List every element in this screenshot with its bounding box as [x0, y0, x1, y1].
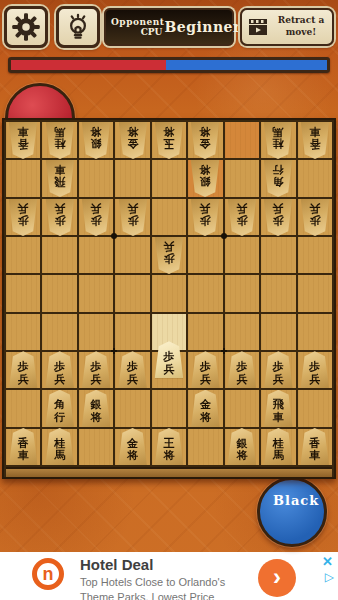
retract-move-label: Retract a move!: [274, 15, 328, 38]
piece-white-silver[interactable]: 銀将: [81, 122, 112, 159]
board-cell-2a[interactable]: 桂馬: [261, 122, 295, 158]
piece-white-rook[interactable]: 飛車: [44, 160, 75, 197]
clapperboard-icon: [246, 15, 270, 39]
board-cell-7a[interactable]: 銀将: [79, 122, 113, 158]
board-cell-7e[interactable]: [79, 275, 113, 311]
piece-black-gold[interactable]: 金将: [117, 428, 148, 465]
ad-title: Hotel Deal: [80, 556, 153, 573]
ad-logo: n: [32, 558, 64, 590]
board-cell-5a[interactable]: 玉将: [152, 122, 186, 158]
board-cell-7c[interactable]: 歩兵: [79, 199, 113, 235]
shogi-board: 香車桂馬銀将金将玉将金将桂馬香車飛車銀将角行歩兵歩兵歩兵歩兵歩兵歩兵歩兵歩兵歩兵…: [2, 118, 336, 479]
board-cell-8i[interactable]: 桂馬: [42, 429, 76, 465]
ad-cta-button[interactable]: ›: [258, 559, 296, 597]
hint-button[interactable]: [56, 6, 100, 48]
board-cell-1f[interactable]: [298, 314, 332, 350]
board-cell-4b[interactable]: 銀将: [188, 160, 222, 196]
cta-arrow-icon: ›: [273, 563, 281, 590]
piece-black-silver[interactable]: 銀将: [226, 428, 257, 465]
piece-black-pawn[interactable]: 歩兵: [117, 351, 148, 388]
board-cell-6h[interactable]: [115, 390, 149, 426]
board-cell-9i[interactable]: 香車: [6, 429, 40, 465]
board-cell-8h[interactable]: 角行: [42, 390, 76, 426]
ad-banner[interactable]: n Hotel Deal Top Hotels Close to Orlando…: [0, 552, 338, 600]
evaluation-bar-blue: [166, 60, 327, 70]
piece-white-pawn[interactable]: 歩兵: [190, 199, 221, 236]
board-bottom-frame: [6, 467, 332, 477]
evaluation-bar-red: [11, 60, 166, 70]
board-cell-4i[interactable]: [188, 429, 222, 465]
board-cell-8d[interactable]: [42, 237, 76, 273]
piece-white-pawn[interactable]: 歩兵: [81, 199, 112, 236]
piece-white-lance[interactable]: 香車: [8, 122, 39, 159]
board-cell-2e[interactable]: [261, 275, 295, 311]
board-cell-3d[interactable]: [225, 237, 259, 273]
piece-white-pawn[interactable]: 歩兵: [226, 199, 257, 236]
board-cell-3i[interactable]: 銀将: [225, 429, 259, 465]
piece-white-gold[interactable]: 金将: [117, 122, 148, 159]
board-cell-6a[interactable]: 金将: [115, 122, 149, 158]
board-cell-3a[interactable]: [225, 122, 259, 158]
board-cell-7h[interactable]: 銀将: [79, 390, 113, 426]
board-cell-1b[interactable]: [298, 160, 332, 196]
board-cell-6f[interactable]: [115, 314, 149, 350]
board-cell-3g[interactable]: 歩兵: [225, 352, 259, 388]
board-cell-3b[interactable]: [225, 160, 259, 196]
board-cell-5c[interactable]: [152, 199, 186, 235]
board-cell-1d[interactable]: [298, 237, 332, 273]
piece-black-pawn[interactable]: 歩兵: [44, 351, 75, 388]
board-cell-5g[interactable]: 歩兵: [152, 352, 186, 388]
board-cell-6i[interactable]: 金将: [115, 429, 149, 465]
piece-white-pawn[interactable]: 歩兵: [299, 199, 330, 236]
board-cell-9f[interactable]: [6, 314, 40, 350]
board-cell-4f[interactable]: [188, 314, 222, 350]
board-cell-8a[interactable]: 桂馬: [42, 122, 76, 158]
board-cell-9g[interactable]: 歩兵: [6, 352, 40, 388]
piece-white-silver[interactable]: 銀将: [190, 160, 221, 197]
board-cell-1c[interactable]: 歩兵: [298, 199, 332, 235]
evaluation-bar: [8, 57, 330, 73]
board-cell-8f[interactable]: [42, 314, 76, 350]
ad-close-button[interactable]: ✕: [322, 554, 333, 569]
board-cell-2c[interactable]: 歩兵: [261, 199, 295, 235]
board-cell-9c[interactable]: 歩兵: [6, 199, 40, 235]
board-cell-5h[interactable]: [152, 390, 186, 426]
board-cell-2f[interactable]: [261, 314, 295, 350]
piece-black-pawn[interactable]: 歩兵: [190, 351, 221, 388]
hoshi-dot: [111, 233, 117, 239]
board-cell-3h[interactable]: [225, 390, 259, 426]
board-cell-7i[interactable]: [79, 429, 113, 465]
board-cell-2b[interactable]: 角行: [261, 160, 295, 196]
board-cell-9a[interactable]: 香車: [6, 122, 40, 158]
opponent-panel[interactable]: Opponent CPU Beginner: [104, 8, 234, 46]
piece-black-silver[interactable]: 銀将: [81, 390, 112, 427]
opponent-type: CPU: [111, 27, 164, 37]
board-cell-8b[interactable]: 飛車: [42, 160, 76, 196]
board-cell-4a[interactable]: 金将: [188, 122, 222, 158]
opponent-labels: Opponent CPU: [106, 17, 164, 38]
board-cell-8g[interactable]: 歩兵: [42, 352, 76, 388]
board-cell-1i[interactable]: 香車: [298, 429, 332, 465]
piece-black-pawn[interactable]: 歩兵: [8, 351, 39, 388]
piece-white-king[interactable]: 玉将: [153, 122, 184, 159]
opponent-label: Opponent: [111, 17, 164, 27]
piece-black-gold[interactable]: 金将: [190, 390, 221, 427]
piece-black-rook[interactable]: 飛車: [263, 390, 294, 427]
ad-body-line2: Theme Parks, Lowest Price: [80, 591, 215, 600]
piece-black-king[interactable]: 王将: [153, 428, 184, 465]
board-cell-8c[interactable]: 歩兵: [42, 199, 76, 235]
close-icon: ✕: [322, 554, 333, 569]
piece-black-pawn[interactable]: 歩兵: [263, 351, 294, 388]
piece-white-pawn[interactable]: 歩兵: [117, 199, 148, 236]
board-cell-4c[interactable]: 歩兵: [188, 199, 222, 235]
board-cell-7g[interactable]: 歩兵: [79, 352, 113, 388]
board-cell-1h[interactable]: [298, 390, 332, 426]
board-cell-4g[interactable]: 歩兵: [188, 352, 222, 388]
board-cell-5i[interactable]: 王将: [152, 429, 186, 465]
board-cell-4d[interactable]: [188, 237, 222, 273]
gear-icon: [11, 12, 41, 42]
piece-white-bishop[interactable]: 角行: [263, 160, 294, 197]
board-cell-9e[interactable]: [6, 275, 40, 311]
piece-black-pawn[interactable]: 歩兵: [81, 351, 112, 388]
black-player-badge: Black: [257, 477, 327, 547]
piece-white-lance[interactable]: 香車: [299, 122, 330, 159]
lightbulb-icon: [63, 12, 93, 42]
board-cell-5b[interactable]: [152, 160, 186, 196]
opponent-level: Beginner: [164, 19, 241, 35]
board-cell-2d[interactable]: [261, 237, 295, 273]
board-cell-2g[interactable]: 歩兵: [261, 352, 295, 388]
adchoices-icon: ▷: [325, 570, 334, 584]
board-cell-9h[interactable]: [6, 390, 40, 426]
piece-black-bishop[interactable]: 角行: [44, 390, 75, 427]
board-cell-6c[interactable]: 歩兵: [115, 199, 149, 235]
board-cell-5d[interactable]: 歩兵: [152, 237, 186, 273]
board-cell-7b[interactable]: [79, 160, 113, 196]
piece-white-pawn[interactable]: 歩兵: [44, 199, 75, 236]
piece-black-lance[interactable]: 香車: [8, 428, 39, 465]
board-cell-6e[interactable]: [115, 275, 149, 311]
board-cell-6b[interactable]: [115, 160, 149, 196]
board-cell-3e[interactable]: [225, 275, 259, 311]
piece-black-pawn[interactable]: 歩兵: [226, 351, 257, 388]
piece-white-pawn[interactable]: 歩兵: [8, 199, 39, 236]
piece-white-knight[interactable]: 桂馬: [263, 122, 294, 159]
piece-black-lance[interactable]: 香車: [299, 428, 330, 465]
board-cell-3f[interactable]: [225, 314, 259, 350]
piece-white-knight[interactable]: 桂馬: [44, 122, 75, 159]
piece-black-pawn[interactable]: 歩兵: [299, 351, 330, 388]
board-cell-2i[interactable]: 桂馬: [261, 429, 295, 465]
board-cell-1g[interactable]: 歩兵: [298, 352, 332, 388]
black-player-label: Black: [273, 493, 319, 508]
board-cell-6g[interactable]: 歩兵: [115, 352, 149, 388]
board-cell-1e[interactable]: [298, 275, 332, 311]
ad-body-line1: Top Hotels Close to Orlando's: [80, 576, 225, 588]
piece-white-gold[interactable]: 金将: [190, 122, 221, 159]
adchoices-button[interactable]: ▷: [325, 570, 334, 584]
piece-black-knight[interactable]: 桂馬: [44, 428, 75, 465]
piece-black-knight[interactable]: 桂馬: [263, 428, 294, 465]
board-cell-4h[interactable]: 金将: [188, 390, 222, 426]
board-cell-9d[interactable]: [6, 237, 40, 273]
board-cell-4e[interactable]: [188, 275, 222, 311]
board-cell-8e[interactable]: [42, 275, 76, 311]
app-screen: Opponent CPU Beginner Retract a move! Wh…: [0, 0, 338, 600]
board-cell-7f[interactable]: [79, 314, 113, 350]
retract-move-button[interactable]: Retract a move!: [240, 8, 334, 46]
piece-white-pawn[interactable]: 歩兵: [263, 199, 294, 236]
board-cell-2h[interactable]: 飛車: [261, 390, 295, 426]
board-cell-3c[interactable]: 歩兵: [225, 199, 259, 235]
board-cell-5e[interactable]: [152, 275, 186, 311]
board-cell-9b[interactable]: [6, 160, 40, 196]
board-cell-1a[interactable]: 香車: [298, 122, 332, 158]
board-grid: 香車桂馬銀将金将玉将金将桂馬香車飛車銀将角行歩兵歩兵歩兵歩兵歩兵歩兵歩兵歩兵歩兵…: [6, 122, 332, 465]
piece-white-pawn[interactable]: 歩兵: [153, 237, 184, 274]
board-cell-7d[interactable]: [79, 237, 113, 273]
settings-button[interactable]: [4, 6, 48, 48]
board-cell-6d[interactable]: [115, 237, 149, 273]
hoshi-dot: [221, 233, 227, 239]
